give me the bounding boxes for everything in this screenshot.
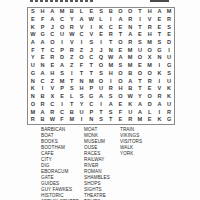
grid-cell[interactable]: D <box>164 39 174 47</box>
grid-cell[interactable]: I <box>106 16 116 24</box>
grid-cell[interactable]: T <box>96 109 106 117</box>
grid-cell[interactable]: M <box>145 39 155 47</box>
grid-cell[interactable]: H <box>145 8 155 16</box>
grid-cell[interactable]: R <box>106 85 116 93</box>
grid-cell[interactable]: C <box>57 16 67 24</box>
grid-cell[interactable]: C <box>86 54 96 62</box>
grid-cell[interactable]: L <box>145 109 155 117</box>
grid-cell[interactable]: Z <box>67 54 77 62</box>
grid-cell[interactable]: V <box>77 23 87 31</box>
grid-cell[interactable]: C <box>106 23 116 31</box>
grid-cell[interactable]: E <box>86 8 96 16</box>
grid-cell[interactable]: O <box>28 101 38 109</box>
grid-cell[interactable]: T <box>77 70 87 78</box>
grid-cell[interactable]: Z <box>77 47 87 55</box>
grid-cell[interactable]: R <box>67 23 77 31</box>
grid-cell[interactable]: C <box>86 101 96 109</box>
grid-cell[interactable]: R <box>125 16 135 24</box>
grid-cell[interactable]: O <box>116 78 126 86</box>
grid-cell[interactable]: M <box>164 8 174 16</box>
grid-cell[interactable]: K <box>155 70 165 78</box>
grid-cell[interactable]: J <box>86 47 96 55</box>
grid-cell[interactable]: A <box>116 16 126 24</box>
word-list-column-2: MOATMONKMUSEUMOUSERACESRAILWAYRIVERROMAN… <box>84 127 110 200</box>
grid-cell[interactable]: H <box>106 70 116 78</box>
grid-cell[interactable]: A <box>38 109 48 117</box>
grid-cell[interactable]: I <box>155 109 165 117</box>
grid-cell[interactable]: R <box>145 78 155 86</box>
grid-cell[interactable]: F <box>38 16 48 24</box>
grid-cell[interactable]: N <box>125 23 135 31</box>
grid-cell[interactable]: B <box>67 109 77 117</box>
grid-cell[interactable]: M <box>145 62 155 70</box>
grid-cell[interactable]: A <box>125 31 135 39</box>
grid-cell[interactable]: Y <box>135 93 145 101</box>
grid-cell[interactable]: A <box>96 93 106 101</box>
grid-cell[interactable]: A <box>28 39 38 47</box>
grid-cell[interactable]: L <box>96 16 106 24</box>
grid-cell[interactable]: M <box>57 78 67 86</box>
grid-cell[interactable]: O <box>96 62 106 70</box>
grid-cell[interactable]: N <box>155 54 165 62</box>
word-list-column-3: TRAINVIKINGSVISITORSWALKYORK <box>120 127 142 157</box>
grid-cell[interactable]: M <box>28 109 38 117</box>
grid-cell[interactable]: Y <box>77 101 87 109</box>
grid-cell[interactable]: B <box>38 116 48 124</box>
grid-cell[interactable]: G <box>155 47 165 55</box>
grid-cell[interactable]: G <box>28 70 38 78</box>
grid-cell[interactable]: T <box>135 85 145 93</box>
grid-cell[interactable]: A <box>125 78 135 86</box>
grid-cell[interactable]: I <box>164 47 174 55</box>
grid-cell[interactable]: F <box>77 62 87 70</box>
grid-cell[interactable]: B <box>125 70 135 78</box>
grid-cell[interactable]: U <box>164 101 174 109</box>
grid-cell[interactable]: W <box>106 54 116 62</box>
cutoff-page-title <box>30 0 94 2</box>
grid-cell[interactable]: O <box>77 54 87 62</box>
grid-cell[interactable]: T <box>155 31 165 39</box>
word-list: BARBICANBOATBOOKSBOOTHAMCAFECITYDIGEBORA… <box>0 127 200 200</box>
grid-cell[interactable]: N <box>86 116 96 124</box>
grid-cell[interactable]: R <box>28 116 38 124</box>
grid-cell[interactable]: U <box>164 78 174 86</box>
grid-cell[interactable]: S <box>106 93 116 101</box>
grid-cell[interactable]: U <box>164 54 174 62</box>
grid-cell[interactable]: K <box>96 23 106 31</box>
grid-cell[interactable]: J <box>96 47 106 55</box>
grid-cell[interactable]: I <box>155 78 165 86</box>
grid-cell[interactable]: M <box>125 62 135 70</box>
grid-cell[interactable]: A <box>135 109 145 117</box>
grid-cell[interactable]: F <box>57 116 67 124</box>
grid-cell[interactable]: R <box>47 54 57 62</box>
grid-cell[interactable]: N <box>106 47 116 55</box>
grid-cell[interactable]: M <box>57 8 67 16</box>
grid-cell[interactable]: O <box>145 70 155 78</box>
grid-cell[interactable]: T <box>135 8 145 16</box>
grid-cell[interactable]: T <box>67 78 77 86</box>
grid-cell[interactable]: R <box>106 31 116 39</box>
grid-cell[interactable]: K <box>164 85 174 93</box>
grid-cell[interactable]: O <box>145 93 155 101</box>
grid-cell[interactable]: D <box>145 101 155 109</box>
grid-cell[interactable]: P <box>86 109 96 117</box>
grid-cell[interactable]: I <box>135 16 145 24</box>
grid-cell[interactable]: B <box>125 85 135 93</box>
grid-cell[interactable]: O <box>116 39 126 47</box>
grid-cell[interactable]: A <box>135 101 145 109</box>
grid-cell[interactable]: H <box>38 8 48 16</box>
grid-cell[interactable]: Z <box>47 78 57 86</box>
grid-cell[interactable]: W <box>47 116 57 124</box>
grid-cell[interactable]: O <box>125 8 135 16</box>
grid-cell[interactable]: A <box>47 8 57 16</box>
grid-cell[interactable]: S <box>77 93 87 101</box>
grid-cell[interactable]: E <box>28 16 38 24</box>
grid-cell[interactable]: P <box>57 85 67 93</box>
grid-cell[interactable]: R <box>38 101 48 109</box>
grid-cell[interactable]: I <box>86 23 96 31</box>
grid-cell[interactable]: O <box>116 93 126 101</box>
grid-cell[interactable]: M <box>125 47 135 55</box>
grid-cell[interactable]: O <box>145 47 155 55</box>
grid-cell[interactable]: W <box>86 16 96 24</box>
word-list-item: JORVIK CENTRE <box>41 199 79 200</box>
grid-cell[interactable]: E <box>155 23 165 31</box>
grid-cell[interactable]: J <box>47 23 57 31</box>
grid-cell[interactable]: F <box>116 109 126 117</box>
grid-cell[interactable]: S <box>164 70 174 78</box>
grid-cell[interactable]: X <box>145 54 155 62</box>
grid-cell[interactable]: W <box>67 31 77 39</box>
grid-cell[interactable]: K <box>155 116 165 124</box>
grid-cell[interactable]: E <box>47 62 57 70</box>
grid-cell[interactable]: C <box>57 109 67 117</box>
grid-cell[interactable]: G <box>164 62 174 70</box>
grid-cell[interactable]: P <box>38 23 48 31</box>
grid-cell[interactable]: N <box>28 78 38 86</box>
grid-cell[interactable]: Q <box>96 54 106 62</box>
grid-cell[interactable]: C <box>47 31 57 39</box>
grid-cell[interactable]: H <box>47 70 57 78</box>
grid-cell[interactable]: A <box>38 70 48 78</box>
grid-cell[interactable]: E <box>164 31 174 39</box>
grid-cell[interactable]: R <box>125 39 135 47</box>
grid-cell[interactable]: O <box>116 8 126 16</box>
grid-cell[interactable]: S <box>135 39 145 47</box>
grid-cell[interactable]: T <box>106 116 116 124</box>
grid-cell[interactable]: K <box>28 85 38 93</box>
grid-cell[interactable]: S <box>155 39 165 47</box>
grid-cell[interactable]: T <box>116 31 126 39</box>
grid-cell[interactable]: Y <box>67 16 77 24</box>
grid-cell[interactable]: G <box>164 116 174 124</box>
grid-cell[interactable]: U <box>28 62 38 70</box>
grid-cell[interactable]: E <box>57 93 67 101</box>
grid-cell[interactable]: K <box>28 23 38 31</box>
grid-cell[interactable]: S <box>57 70 67 78</box>
wordsearch-grid[interactable]: SHAMBLESBOOTHAMEFACYAWLIARIVERKPJORVIKCE… <box>27 7 175 125</box>
grid-cell[interactable]: A <box>155 8 165 16</box>
grid-cell[interactable]: L <box>67 93 77 101</box>
grid-cell[interactable]: O <box>96 78 106 86</box>
grid-cell[interactable]: H <box>77 85 87 93</box>
grid-cell[interactable]: R <box>47 109 57 117</box>
grid-cell[interactable]: E <box>135 62 145 70</box>
grid-cell[interactable]: A <box>38 39 48 47</box>
grid-cell[interactable]: I <box>77 116 87 124</box>
grid-cell[interactable]: V <box>145 16 155 24</box>
grid-cell[interactable]: N <box>28 93 38 101</box>
grid-cell[interactable]: N <box>77 78 87 86</box>
grid-cell[interactable]: R <box>155 93 165 101</box>
grid-cell[interactable]: E <box>96 31 106 39</box>
grid-cell[interactable]: C <box>38 78 48 86</box>
grid-cell[interactable]: S <box>96 70 106 78</box>
grid-cell[interactable]: V <box>47 85 57 93</box>
grid-cell[interactable]: M <box>125 54 135 62</box>
grid-cell[interactable]: T <box>86 62 96 70</box>
grid-cell[interactable]: V <box>86 31 96 39</box>
grid-cell[interactable]: C <box>47 101 57 109</box>
grid-cell[interactable]: E <box>145 116 155 124</box>
grid-cell[interactable]: M <box>106 62 116 70</box>
grid-cell[interactable]: E <box>155 16 165 24</box>
grid-cell[interactable]: Z <box>67 62 77 70</box>
grid-cell[interactable]: V <box>155 85 165 93</box>
grid-cell[interactable]: T <box>135 78 145 86</box>
grid-cell[interactable]: C <box>47 47 57 55</box>
grid-cell[interactable]: E <box>38 54 48 62</box>
grid-cell[interactable]: E <box>116 23 126 31</box>
grid-cell[interactable]: I <box>155 62 165 70</box>
grid-cell[interactable]: B <box>38 93 48 101</box>
grid-cell[interactable]: I <box>77 39 87 47</box>
grid-cell[interactable]: C <box>77 31 87 39</box>
grid-cell[interactable]: S <box>106 109 116 117</box>
grid-cell[interactable]: E <box>135 31 145 39</box>
grid-cell[interactable]: I <box>38 85 48 93</box>
grid-cell[interactable]: B <box>67 8 77 16</box>
grid-cell[interactable]: T <box>38 47 48 55</box>
grid-cell[interactable]: G <box>86 93 96 101</box>
grid-cell[interactable]: L <box>77 8 87 16</box>
grid-cell[interactable]: E <box>116 101 126 109</box>
grid-cell[interactable]: U <box>77 109 87 117</box>
grid-cell[interactable]: T <box>67 101 77 109</box>
grid-cell[interactable]: F <box>28 47 38 55</box>
grid-cell[interactable]: Y <box>28 54 38 62</box>
grid-cell[interactable]: R <box>67 47 77 55</box>
grid-cell[interactable]: U <box>57 31 67 39</box>
grid-cell[interactable]: D <box>57 54 67 62</box>
grid-cell[interactable]: S <box>86 39 96 47</box>
grid-cell[interactable]: O <box>47 39 57 47</box>
word-list-item: YORK <box>120 151 142 157</box>
grid-cell[interactable]: P <box>57 47 67 55</box>
grid-cell[interactable]: U <box>135 47 145 55</box>
grid-cell[interactable]: A <box>47 16 57 24</box>
word-list-column-1: BARBICANBOATBOOKSBOOTHAMCAFECITYDIGEBORA… <box>41 127 79 200</box>
grid-cell[interactable]: N <box>38 62 48 70</box>
grid-cell[interactable]: I <box>57 101 67 109</box>
grid-cell[interactable]: I <box>106 78 116 86</box>
grid-cell[interactable]: S <box>116 62 126 70</box>
grid-cell[interactable]: X <box>47 93 57 101</box>
grid-cell[interactable]: S <box>96 8 106 16</box>
grid-cell[interactable]: E <box>145 85 155 93</box>
grid-cell[interactable]: O <box>57 23 67 31</box>
grid-cell[interactable]: S <box>28 8 38 16</box>
cutoff-header-mark <box>150 0 169 2</box>
grid-cell[interactable]: E <box>116 116 126 124</box>
grid-cell[interactable]: V <box>67 39 77 47</box>
grid-cell[interactable]: I <box>96 39 106 47</box>
grid-cell[interactable]: K <box>125 101 135 109</box>
grid-cell[interactable]: S <box>67 85 77 93</box>
grid-cell[interactable]: M <box>86 78 96 86</box>
grid-cell[interactable]: W <box>28 31 38 39</box>
grid-cell[interactable]: R <box>145 23 155 31</box>
grid-cell[interactable]: A <box>57 62 67 70</box>
grid-cell[interactable]: R <box>164 16 174 24</box>
grid-cell[interactable]: H <box>145 31 155 39</box>
grid-cell[interactable]: T <box>135 23 145 31</box>
word-list-item: TOURS <box>84 199 110 200</box>
grid-cell[interactable]: I <box>57 39 67 47</box>
grid-cell[interactable]: M <box>135 116 145 124</box>
grid-cell[interactable]: R <box>125 116 135 124</box>
grid-cell[interactable]: G <box>38 31 48 39</box>
grid-cell[interactable]: R <box>164 109 174 117</box>
grid-cell[interactable]: T <box>86 70 96 78</box>
grid-cell[interactable]: I <box>96 101 106 109</box>
grid-cell[interactable]: A <box>116 54 126 62</box>
grid-cell[interactable]: T <box>106 39 116 47</box>
grid-cell[interactable]: A <box>155 101 165 109</box>
grid-cell[interactable]: M <box>67 116 77 124</box>
grid-cell[interactable]: H <box>116 85 126 93</box>
grid-cell[interactable]: P <box>86 85 96 93</box>
grid-cell[interactable]: I <box>67 70 77 78</box>
grid-cell[interactable]: E <box>116 47 126 55</box>
grid-cell[interactable]: B <box>106 8 116 16</box>
grid-cell[interactable]: O <box>116 70 126 78</box>
grid-cell[interactable]: A <box>106 101 116 109</box>
grid-cell[interactable]: A <box>77 16 87 24</box>
grid-cell[interactable]: O <box>135 54 145 62</box>
grid-cell[interactable]: S <box>164 23 174 31</box>
grid-cell[interactable]: S <box>96 116 106 124</box>
grid-cell[interactable]: O <box>135 70 145 78</box>
grid-cell[interactable]: U <box>96 85 106 93</box>
grid-cell[interactable]: W <box>125 93 135 101</box>
grid-cell[interactable]: U <box>125 109 135 117</box>
grid-cell[interactable]: K <box>164 93 174 101</box>
